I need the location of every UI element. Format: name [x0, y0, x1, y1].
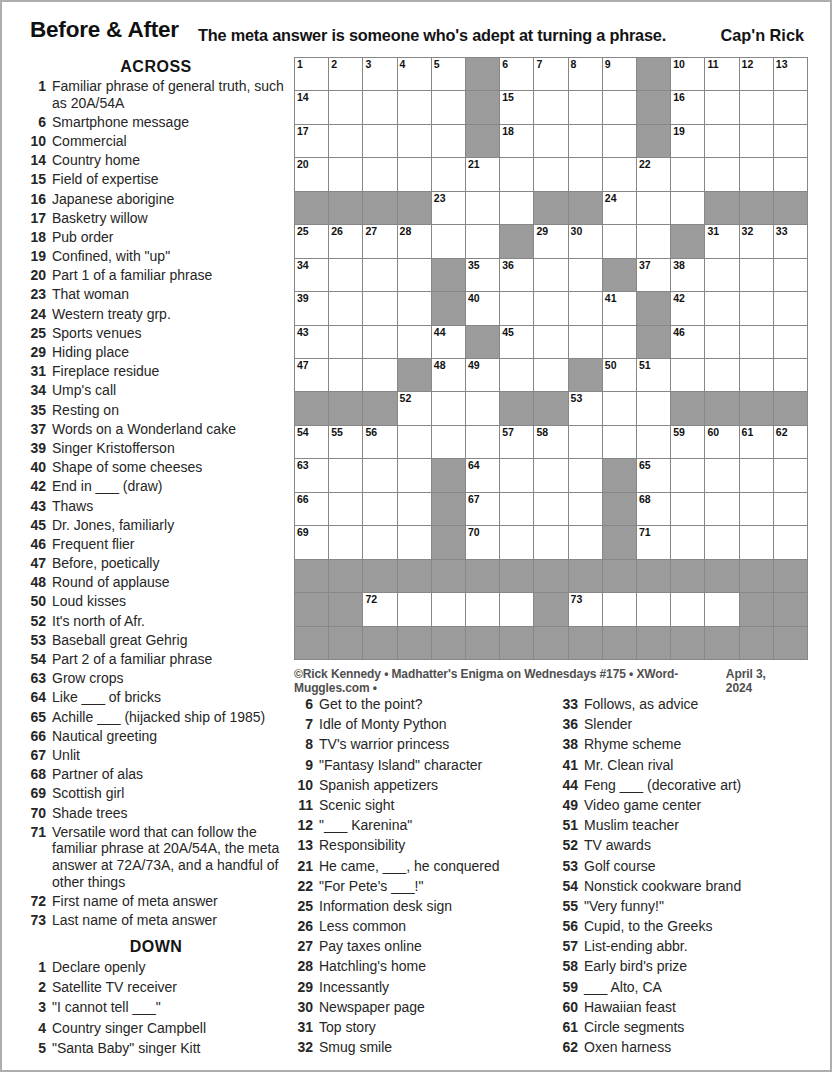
clue-number: 53: [552, 858, 578, 875]
clue-item: 9"Fantasy Island" character: [287, 757, 553, 774]
grid-cell[interactable]: [603, 326, 636, 358]
grid-cell[interactable]: [603, 125, 636, 157]
grid-cell[interactable]: 45: [500, 326, 533, 358]
grid-cell[interactable]: [740, 158, 773, 190]
clue-number: 42: [20, 478, 46, 495]
grid-cell[interactable]: 41: [603, 292, 636, 324]
clue-text: Newspaper page: [319, 999, 425, 1016]
grid-cell[interactable]: [569, 292, 602, 324]
grid-cell[interactable]: 64: [466, 459, 499, 491]
clue-text: Hiding place: [52, 344, 129, 361]
grid-cell[interactable]: 48: [432, 359, 465, 391]
grid-cell[interactable]: [363, 158, 396, 190]
grid-cell[interactable]: [774, 526, 807, 558]
grid-cell[interactable]: 17: [295, 125, 328, 157]
grid-cell[interactable]: [329, 292, 362, 324]
grid-cell[interactable]: [466, 225, 499, 257]
page-title: Before & After: [30, 17, 179, 43]
grid-cell[interactable]: [705, 493, 738, 525]
grid-cell[interactable]: 9: [603, 58, 636, 90]
block-cell: [363, 192, 396, 224]
grid-cell[interactable]: 70: [466, 526, 499, 558]
cell-number: 67: [468, 494, 480, 505]
grid-cell[interactable]: 52: [398, 392, 431, 424]
block-cell: [432, 526, 465, 558]
grid-cell[interactable]: 36: [500, 259, 533, 291]
clue-text: Loud kisses: [52, 593, 126, 610]
cell-number: 54: [297, 427, 309, 438]
grid-cell[interactable]: [500, 459, 533, 491]
clue-text: Field of expertise: [52, 171, 159, 188]
grid-cell[interactable]: [398, 459, 431, 491]
grid-cell[interactable]: 37: [637, 259, 670, 291]
grid-cell[interactable]: [774, 91, 807, 123]
grid-cell[interactable]: 56: [363, 426, 396, 458]
grid-cell[interactable]: [432, 125, 465, 157]
grid-cell[interactable]: 59: [671, 426, 704, 458]
down-clue-list-right: 33Follows, as advice36Slender38Rhyme sch…: [552, 696, 832, 1059]
grid-cell[interactable]: [569, 526, 602, 558]
grid-cell[interactable]: 39: [295, 292, 328, 324]
grid-cell[interactable]: [500, 158, 533, 190]
clue-number: 14: [20, 152, 46, 169]
grid-cell[interactable]: [569, 91, 602, 123]
grid-cell[interactable]: [500, 526, 533, 558]
clue-text: Resting on: [52, 402, 119, 419]
clue-text: Nonstick cookware brand: [584, 878, 741, 895]
grid-cell[interactable]: 63: [295, 459, 328, 491]
grid-cell[interactable]: [432, 593, 465, 625]
cell-number: 15: [502, 92, 514, 103]
clue-text: Declare openly: [52, 959, 145, 976]
cell-number: 62: [776, 427, 788, 438]
clue-text: It's north of Afr.: [52, 613, 145, 630]
cell-number: 12: [742, 59, 754, 70]
clue-text: Dr. Jones, familiarly: [52, 517, 174, 534]
grid-cell[interactable]: [774, 292, 807, 324]
grid-cell[interactable]: [363, 459, 396, 491]
grid-cell[interactable]: 20: [295, 158, 328, 190]
clue-text: Pay taxes online: [319, 938, 422, 955]
cell-number: 13: [776, 59, 788, 70]
grid-cell[interactable]: 1: [295, 58, 328, 90]
grid-cell[interactable]: [740, 259, 773, 291]
grid-cell[interactable]: [569, 426, 602, 458]
clue-text: Western treaty grp.: [52, 306, 171, 323]
block-cell: [774, 593, 807, 625]
block-cell: [774, 560, 807, 592]
grid-cell[interactable]: 19: [671, 125, 704, 157]
grid-cell[interactable]: 57: [500, 426, 533, 458]
grid-cell[interactable]: [705, 359, 738, 391]
block-cell: [740, 593, 773, 625]
grid-cell[interactable]: [500, 192, 533, 224]
clue-number: 36: [552, 716, 578, 733]
grid-cell[interactable]: [500, 359, 533, 391]
grid-cell[interactable]: [774, 125, 807, 157]
clue-text: Confined, with "up": [52, 248, 170, 265]
grid-cell[interactable]: [569, 493, 602, 525]
clue-number: 1: [20, 959, 46, 976]
grid-cell[interactable]: 72: [363, 593, 396, 625]
clue-text: ___ Alto, CA: [584, 979, 662, 996]
grid-cell[interactable]: 73: [569, 593, 602, 625]
grid-cell[interactable]: [363, 526, 396, 558]
grid-cell[interactable]: 6: [500, 58, 533, 90]
clue-text: Part 2 of a familiar phrase: [52, 651, 212, 668]
grid-cell[interactable]: [432, 426, 465, 458]
grid-cell[interactable]: [432, 225, 465, 257]
grid-cell[interactable]: [637, 392, 670, 424]
grid-cell[interactable]: 54: [295, 426, 328, 458]
grid-cell[interactable]: 61: [740, 426, 773, 458]
clue-text: Part 1 of a familiar phrase: [52, 267, 212, 284]
cell-number: 71: [639, 527, 651, 538]
grid-cell[interactable]: 47: [295, 359, 328, 391]
grid-cell[interactable]: [398, 91, 431, 123]
grid-cell[interactable]: 49: [466, 359, 499, 391]
grid-cell[interactable]: 30: [569, 225, 602, 257]
grid-cell[interactable]: 66: [295, 493, 328, 525]
grid-cell[interactable]: 46: [671, 326, 704, 358]
grid-cell[interactable]: [637, 225, 670, 257]
grid-cell[interactable]: 10: [671, 58, 704, 90]
grid-cell[interactable]: [534, 91, 567, 123]
grid-cell[interactable]: 35: [466, 259, 499, 291]
grid-cell[interactable]: [398, 292, 431, 324]
clue-item: 66Nautical greeting: [20, 728, 290, 745]
clue-number: 63: [20, 670, 46, 687]
copyright-line: ©Rick Kennedy • Madhatter's Enigma on We…: [294, 667, 790, 695]
clue-text: Partner of alas: [52, 766, 143, 783]
grid-cell[interactable]: 13: [774, 58, 807, 90]
clue-text: Thaws: [52, 498, 93, 515]
grid-cell[interactable]: [329, 91, 362, 123]
grid-cell[interactable]: [398, 593, 431, 625]
grid-cell[interactable]: [432, 91, 465, 123]
clue-item: 51Muslim teacher: [552, 817, 832, 834]
grid-cell[interactable]: [466, 426, 499, 458]
clue-item: 41Mr. Clean rival: [552, 757, 832, 774]
clue-item: 47Before, poetically: [20, 555, 290, 572]
clue-number: 57: [552, 938, 578, 955]
grid-cell[interactable]: [398, 426, 431, 458]
grid-cell[interactable]: 23: [432, 192, 465, 224]
grid-cell[interactable]: [603, 225, 636, 257]
grid-cell[interactable]: [500, 493, 533, 525]
grid-cell[interactable]: [363, 125, 396, 157]
clue-item: 4Country singer Campbell: [20, 1020, 290, 1037]
cell-number: 8: [571, 59, 577, 70]
grid-cell[interactable]: [705, 125, 738, 157]
grid-cell[interactable]: [671, 158, 704, 190]
grid-cell[interactable]: 31: [705, 225, 738, 257]
grid-cell[interactable]: 43: [295, 326, 328, 358]
clue-item: 10Spanish appetizers: [287, 777, 553, 794]
block-cell: [603, 560, 636, 592]
grid-cell[interactable]: [774, 259, 807, 291]
clue-number: 15: [20, 171, 46, 188]
grid-cell[interactable]: [398, 259, 431, 291]
grid-cell[interactable]: [466, 392, 499, 424]
grid-cell[interactable]: 5: [432, 58, 465, 90]
cell-number: 7: [536, 59, 542, 70]
clue-item: 11Scenic sight: [287, 797, 553, 814]
block-cell: [774, 627, 807, 659]
clue-item: 73Last name of meta answer: [20, 912, 290, 929]
cell-number: 44: [434, 327, 446, 338]
clue-item: 29Incessantly: [287, 979, 553, 996]
clue-text: Grow crops: [52, 670, 124, 687]
grid-cell[interactable]: [740, 91, 773, 123]
clue-item: 13Responsibility: [287, 837, 553, 854]
grid-cell[interactable]: 40: [466, 292, 499, 324]
grid-cell[interactable]: 38: [671, 259, 704, 291]
block-cell: [466, 58, 499, 90]
grid-cell[interactable]: [740, 359, 773, 391]
grid-cell[interactable]: 25: [295, 225, 328, 257]
grid-cell[interactable]: [398, 326, 431, 358]
grid-cell[interactable]: [534, 326, 567, 358]
clue-text: Mr. Clean rival: [584, 757, 673, 774]
block-cell: [398, 359, 431, 391]
clue-number: 67: [20, 747, 46, 764]
grid-cell[interactable]: [398, 158, 431, 190]
grid-cell[interactable]: [774, 493, 807, 525]
grid-cell[interactable]: [705, 259, 738, 291]
grid-cell[interactable]: [671, 593, 704, 625]
cell-number: 72: [365, 594, 377, 605]
cell-number: 26: [331, 226, 343, 237]
grid-cell[interactable]: [329, 125, 362, 157]
clue-item: 42End in ___ (draw): [20, 478, 290, 495]
grid-cell[interactable]: [534, 493, 567, 525]
cell-number: 43: [297, 327, 309, 338]
clue-item: 61Circle segments: [552, 1019, 832, 1036]
clue-number: 4: [20, 1020, 46, 1037]
clue-number: 27: [287, 938, 313, 955]
clue-item: 54Nonstick cookware brand: [552, 878, 832, 895]
grid-cell[interactable]: 2: [329, 58, 362, 90]
grid-cell[interactable]: 33: [774, 225, 807, 257]
grid-cell[interactable]: [637, 426, 670, 458]
cell-number: 58: [536, 427, 548, 438]
clue-text: Shade trees: [52, 805, 128, 822]
grid-cell[interactable]: [363, 259, 396, 291]
grid-cell[interactable]: [603, 593, 636, 625]
grid-cell[interactable]: [637, 192, 670, 224]
cell-number: 51: [639, 360, 651, 371]
block-cell: [466, 560, 499, 592]
grid-cell[interactable]: 18: [500, 125, 533, 157]
grid-cell[interactable]: 7: [534, 58, 567, 90]
clue-text: Golf course: [584, 858, 656, 875]
grid-cell[interactable]: 67: [466, 493, 499, 525]
clue-number: 29: [287, 979, 313, 996]
clue-item: 46Frequent flier: [20, 536, 290, 553]
grid-cell[interactable]: [534, 526, 567, 558]
grid-cell[interactable]: 44: [432, 326, 465, 358]
grid-cell[interactable]: [671, 526, 704, 558]
grid-cell[interactable]: [705, 326, 738, 358]
grid-cell[interactable]: [466, 192, 499, 224]
grid-cell[interactable]: 68: [637, 493, 670, 525]
grid-cell[interactable]: 51: [637, 359, 670, 391]
grid-cell[interactable]: 71: [637, 526, 670, 558]
grid-cell[interactable]: [500, 593, 533, 625]
grid-cell[interactable]: 58: [534, 426, 567, 458]
grid-cell[interactable]: [534, 359, 567, 391]
cell-number: 49: [468, 360, 480, 371]
grid-cell[interactable]: [398, 493, 431, 525]
grid-cell[interactable]: [740, 292, 773, 324]
grid-cell[interactable]: 3: [363, 58, 396, 90]
grid-cell[interactable]: [363, 326, 396, 358]
grid-cell[interactable]: [603, 158, 636, 190]
grid-cell[interactable]: [705, 158, 738, 190]
grid-cell[interactable]: [500, 292, 533, 324]
clue-number: 17: [20, 210, 46, 227]
grid-cell[interactable]: 53: [569, 392, 602, 424]
clue-item: 58Early bird's prize: [552, 958, 832, 975]
grid-cell[interactable]: [603, 426, 636, 458]
grid-cell[interactable]: 14: [295, 91, 328, 123]
grid-cell[interactable]: 65: [637, 459, 670, 491]
clue-item: 12"___ Karenina": [287, 817, 553, 834]
clue-item: 63Grow crops: [20, 670, 290, 687]
grid-cell[interactable]: [740, 326, 773, 358]
grid-cell[interactable]: [363, 359, 396, 391]
grid-cell[interactable]: 50: [603, 359, 636, 391]
cell-number: 38: [673, 260, 685, 271]
grid-cell[interactable]: 11: [705, 58, 738, 90]
grid-cell[interactable]: [398, 526, 431, 558]
clue-number: 6: [287, 696, 313, 713]
block-cell: [637, 560, 670, 592]
grid-cell[interactable]: [432, 392, 465, 424]
block-cell: [432, 560, 465, 592]
grid-cell[interactable]: [363, 91, 396, 123]
grid-cell[interactable]: 62: [774, 426, 807, 458]
grid-cell[interactable]: [363, 493, 396, 525]
grid-cell[interactable]: 29: [534, 225, 567, 257]
grid-cell[interactable]: 8: [569, 58, 602, 90]
grid-cell[interactable]: [671, 192, 704, 224]
grid-cell[interactable]: [774, 326, 807, 358]
block-cell: [500, 627, 533, 659]
grid-cell[interactable]: [569, 125, 602, 157]
grid-cell[interactable]: 15: [500, 91, 533, 123]
clue-item: 50Loud kisses: [20, 593, 290, 610]
grid-cell[interactable]: 12: [740, 58, 773, 90]
grid-cell[interactable]: 21: [466, 158, 499, 190]
grid-cell[interactable]: 26: [329, 225, 362, 257]
cell-number: 16: [673, 92, 685, 103]
grid-cell[interactable]: [671, 459, 704, 491]
clue-number: 20: [20, 267, 46, 284]
grid-cell[interactable]: [671, 359, 704, 391]
grid-cell[interactable]: [740, 459, 773, 491]
grid-cell[interactable]: [705, 526, 738, 558]
cell-number: 50: [605, 360, 617, 371]
grid-cell[interactable]: 69: [295, 526, 328, 558]
grid-cell[interactable]: [534, 459, 567, 491]
grid-cell[interactable]: [329, 259, 362, 291]
grid-cell[interactable]: [363, 292, 396, 324]
grid-cell[interactable]: [740, 493, 773, 525]
grid-cell[interactable]: 55: [329, 426, 362, 458]
grid-cell[interactable]: 27: [363, 225, 396, 257]
grid-cell[interactable]: [329, 493, 362, 525]
clue-number: 37: [20, 421, 46, 438]
grid-cell[interactable]: [569, 158, 602, 190]
cell-number: 53: [571, 393, 583, 404]
grid-cell[interactable]: [329, 459, 362, 491]
grid-cell[interactable]: [569, 326, 602, 358]
grid-cell[interactable]: 16: [671, 91, 704, 123]
block-cell: [329, 192, 362, 224]
grid-cell[interactable]: 34: [295, 259, 328, 291]
grid-cell[interactable]: [569, 259, 602, 291]
block-cell: [671, 392, 704, 424]
grid-cell[interactable]: [534, 125, 567, 157]
grid-cell[interactable]: [671, 493, 704, 525]
grid-cell[interactable]: 42: [671, 292, 704, 324]
grid-cell[interactable]: [774, 459, 807, 491]
clue-item: 19Confined, with "up": [20, 248, 290, 265]
grid-cell[interactable]: [705, 459, 738, 491]
grid-cell[interactable]: [603, 91, 636, 123]
cell-number: 60: [707, 427, 719, 438]
clue-item: 64Like ___ of bricks: [20, 689, 290, 706]
grid-cell[interactable]: [569, 459, 602, 491]
grid-cell[interactable]: [705, 91, 738, 123]
clue-item: 60Hawaiian feast: [552, 999, 832, 1016]
grid-cell[interactable]: 32: [740, 225, 773, 257]
grid-cell[interactable]: [774, 158, 807, 190]
grid-cell[interactable]: [705, 292, 738, 324]
grid-cell[interactable]: [637, 593, 670, 625]
grid-cell[interactable]: [534, 259, 567, 291]
block-cell: [637, 292, 670, 324]
grid-cell[interactable]: [740, 125, 773, 157]
grid-cell[interactable]: 24: [603, 192, 636, 224]
grid-cell[interactable]: 28: [398, 225, 431, 257]
grid-cell[interactable]: [329, 158, 362, 190]
grid-cell[interactable]: [705, 593, 738, 625]
grid-cell[interactable]: [432, 158, 465, 190]
grid-cell[interactable]: [466, 593, 499, 625]
grid-cell[interactable]: [534, 158, 567, 190]
grid-cell[interactable]: [329, 326, 362, 358]
grid-cell[interactable]: [603, 392, 636, 424]
grid-cell[interactable]: [329, 526, 362, 558]
grid-cell[interactable]: [398, 125, 431, 157]
grid-cell[interactable]: [774, 359, 807, 391]
grid-cell[interactable]: 60: [705, 426, 738, 458]
grid-cell[interactable]: [740, 526, 773, 558]
cell-number: 69: [297, 527, 309, 538]
block-cell: [603, 493, 636, 525]
clue-item: 16Japanese aborigine: [20, 191, 290, 208]
clue-number: 25: [20, 325, 46, 342]
clue-text: That woman: [52, 286, 129, 303]
grid-cell[interactable]: 22: [637, 158, 670, 190]
grid-cell[interactable]: [329, 359, 362, 391]
clue-number: 60: [552, 999, 578, 1016]
grid-cell[interactable]: 4: [398, 58, 431, 90]
grid-cell[interactable]: [534, 292, 567, 324]
